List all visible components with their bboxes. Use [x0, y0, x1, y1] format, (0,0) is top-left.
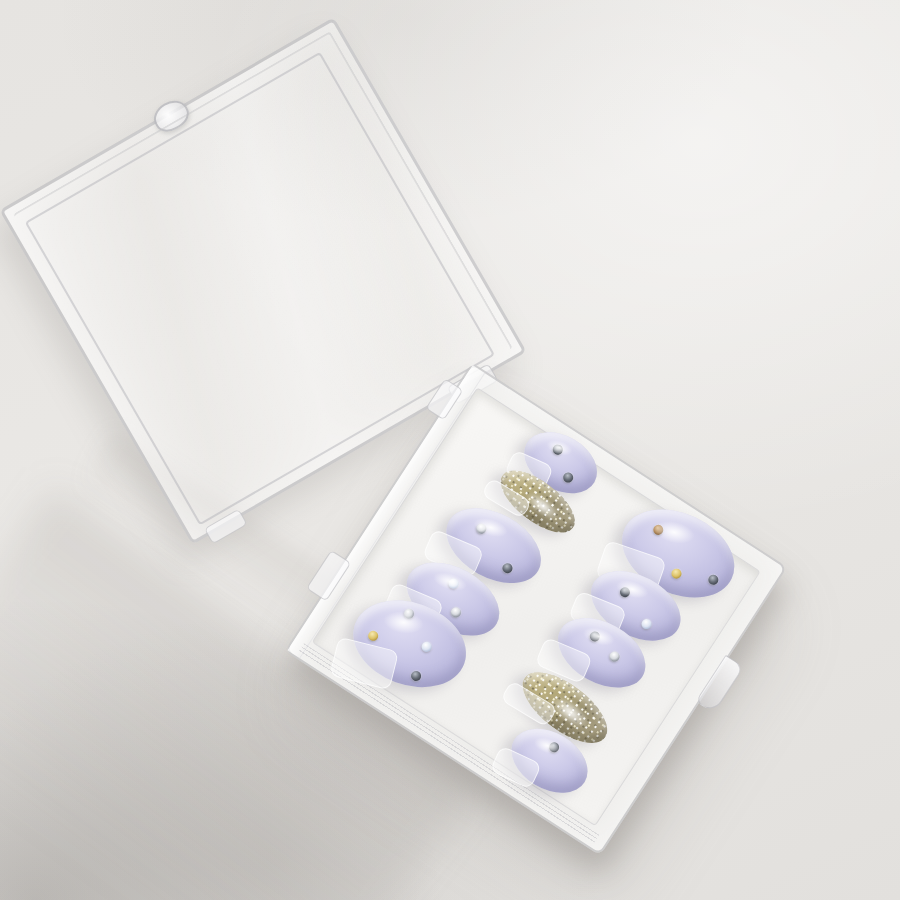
rhinestone-pale [447, 577, 461, 591]
rhinestone-silver [608, 649, 622, 663]
rhinestone-pale [420, 640, 433, 653]
rhinestone-dark [409, 669, 422, 682]
rhinestone-dark [547, 740, 561, 754]
rhinestone-dark [501, 561, 515, 575]
rhinestone-silver [402, 607, 415, 620]
lid-clasp-knob [148, 95, 193, 137]
rhinestone-gold [367, 630, 380, 643]
rhinestone-dark [706, 573, 719, 586]
photo-scene [0, 0, 900, 900]
rhinestone-dark [618, 585, 632, 599]
rhinestone-dark [562, 471, 576, 485]
rhinestone-dark [588, 630, 602, 644]
lid-hinge-arm [204, 509, 248, 545]
rhinestone-silver [449, 605, 463, 619]
rhinestone-bronze [651, 524, 664, 537]
rhinestone-dark [551, 443, 565, 457]
rhinestone-gold [670, 568, 683, 581]
rhinestone-pale [640, 617, 654, 631]
rhinestone-silver [474, 522, 488, 536]
